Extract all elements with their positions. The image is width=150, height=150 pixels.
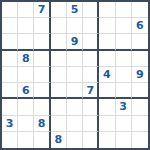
given-cell-r9c4[interactable]: 8 — [51, 132, 67, 148]
given-cell-r1c5[interactable]: 5 — [67, 2, 83, 18]
cell-r4c4[interactable] — [51, 51, 67, 67]
cell-r1c4[interactable] — [51, 2, 67, 18]
cell-r9c9[interactable] — [132, 132, 148, 148]
cell-r1c7[interactable] — [99, 2, 115, 18]
cell-r5c3[interactable] — [34, 67, 50, 83]
cell-r9c5[interactable] — [67, 132, 83, 148]
cell-r7c1[interactable] — [2, 99, 18, 115]
given-cell-r8c3[interactable]: 8 — [34, 116, 50, 132]
cell-r2c4[interactable] — [51, 18, 67, 34]
cell-r2c5[interactable] — [67, 18, 83, 34]
cell-r7c9[interactable] — [132, 99, 148, 115]
cell-r4c1[interactable] — [2, 51, 18, 67]
cell-r6c5[interactable] — [67, 83, 83, 99]
cell-r9c7[interactable] — [99, 132, 115, 148]
sudoku-board: 7569849673388 — [0, 0, 150, 150]
cell-r8c6[interactable] — [83, 116, 99, 132]
cell-r3c2[interactable] — [18, 34, 34, 50]
cell-r3c7[interactable] — [99, 34, 115, 50]
given-cell-r2c9[interactable]: 6 — [132, 18, 148, 34]
cell-r6c7[interactable] — [99, 83, 115, 99]
cell-r8c2[interactable] — [18, 116, 34, 132]
cell-r7c2[interactable] — [18, 99, 34, 115]
given-cell-r5c9[interactable]: 9 — [132, 67, 148, 83]
cell-r3c6[interactable] — [83, 34, 99, 50]
given-cell-r6c2[interactable]: 6 — [18, 83, 34, 99]
given-cell-r1c3[interactable]: 7 — [34, 2, 50, 18]
cell-r5c6[interactable] — [83, 67, 99, 83]
cell-r3c9[interactable] — [132, 34, 148, 50]
cell-r4c7[interactable] — [99, 51, 115, 67]
given-cell-r3c5[interactable]: 9 — [67, 34, 83, 50]
cell-r4c5[interactable] — [67, 51, 83, 67]
cell-r6c4[interactable] — [51, 83, 67, 99]
cell-r1c8[interactable] — [116, 2, 132, 18]
cell-r8c8[interactable] — [116, 116, 132, 132]
cell-r9c1[interactable] — [2, 132, 18, 148]
cell-r5c5[interactable] — [67, 67, 83, 83]
given-cell-r7c8[interactable]: 3 — [116, 99, 132, 115]
cell-r2c3[interactable] — [34, 18, 50, 34]
cell-r8c5[interactable] — [67, 116, 83, 132]
cell-r7c5[interactable] — [67, 99, 83, 115]
cell-r4c8[interactable] — [116, 51, 132, 67]
cell-r9c8[interactable] — [116, 132, 132, 148]
cell-r3c4[interactable] — [51, 34, 67, 50]
cell-r1c1[interactable] — [2, 2, 18, 18]
cell-r3c1[interactable] — [2, 34, 18, 50]
cell-r2c8[interactable] — [116, 18, 132, 34]
cell-r5c2[interactable] — [18, 67, 34, 83]
cell-r9c2[interactable] — [18, 132, 34, 148]
cell-r2c1[interactable] — [2, 18, 18, 34]
cell-r2c7[interactable] — [99, 18, 115, 34]
cell-r1c9[interactable] — [132, 2, 148, 18]
cell-r1c6[interactable] — [83, 2, 99, 18]
cell-r3c8[interactable] — [116, 34, 132, 50]
cell-r5c1[interactable] — [2, 67, 18, 83]
cell-r4c9[interactable] — [132, 51, 148, 67]
cell-r9c3[interactable] — [34, 132, 50, 148]
cell-r2c6[interactable] — [83, 18, 99, 34]
cell-r1c2[interactable] — [18, 2, 34, 18]
cell-r6c8[interactable] — [116, 83, 132, 99]
cell-r8c9[interactable] — [132, 116, 148, 132]
cell-r5c4[interactable] — [51, 67, 67, 83]
cell-r7c3[interactable] — [34, 99, 50, 115]
cell-r8c4[interactable] — [51, 116, 67, 132]
cell-r7c4[interactable] — [51, 99, 67, 115]
cell-r7c6[interactable] — [83, 99, 99, 115]
cell-r2c2[interactable] — [18, 18, 34, 34]
cell-r6c1[interactable] — [2, 83, 18, 99]
given-cell-r6c6[interactable]: 7 — [83, 83, 99, 99]
cell-r7c7[interactable] — [99, 99, 115, 115]
cell-r8c7[interactable] — [99, 116, 115, 132]
given-cell-r4c2[interactable]: 8 — [18, 51, 34, 67]
cell-r6c9[interactable] — [132, 83, 148, 99]
cell-r6c3[interactable] — [34, 83, 50, 99]
given-cell-r8c1[interactable]: 3 — [2, 116, 18, 132]
cell-r4c3[interactable] — [34, 51, 50, 67]
cell-r5c8[interactable] — [116, 67, 132, 83]
cell-r9c6[interactable] — [83, 132, 99, 148]
given-cell-r5c7[interactable]: 4 — [99, 67, 115, 83]
cell-r4c6[interactable] — [83, 51, 99, 67]
cell-r3c3[interactable] — [34, 34, 50, 50]
